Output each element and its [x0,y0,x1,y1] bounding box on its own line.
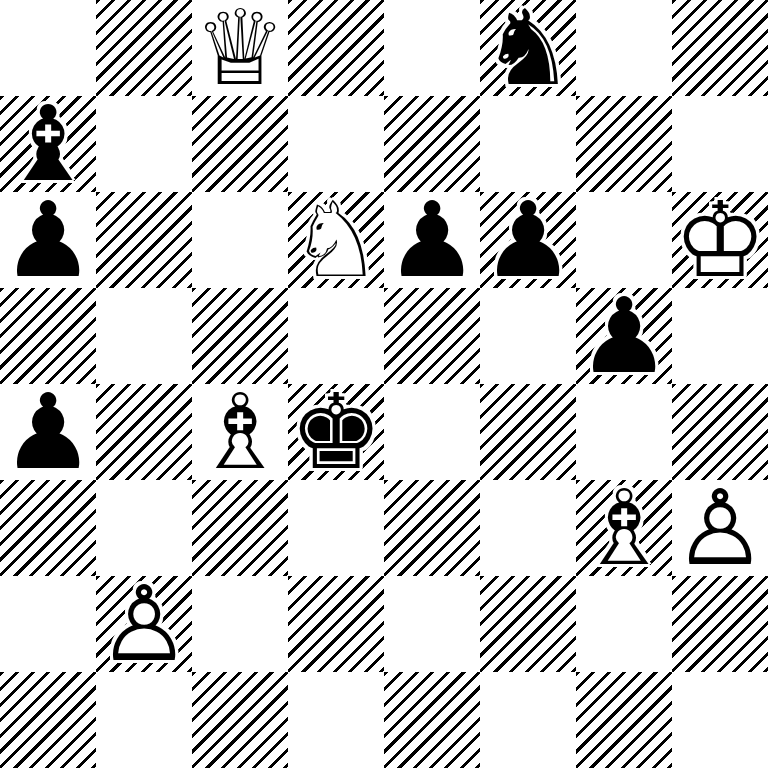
square-h8[interactable] [672,0,768,96]
square-b8[interactable] [96,0,192,96]
square-h7[interactable] [672,96,768,192]
piece-white-bishop: ♝♗ [576,480,672,576]
piece-white-king: ♚♔ [672,192,768,288]
square-e3[interactable] [384,480,480,576]
piece-white-queen: ♛♕ [192,0,288,96]
square-e5[interactable] [384,288,480,384]
square-e8[interactable] [384,0,480,96]
square-c7[interactable] [192,96,288,192]
square-f4[interactable] [480,384,576,480]
black-pawn-icon: ♟ [0,192,96,288]
piece-black-pawn: ♟♟ [0,192,96,288]
square-h2[interactable] [672,576,768,672]
square-c6[interactable] [192,192,288,288]
square-a3[interactable] [0,480,96,576]
piece-black-knight: ♞♞ [480,0,576,96]
square-d7[interactable] [288,96,384,192]
square-g5[interactable]: ♟♟ [576,288,672,384]
white-pawn-icon: ♙ [96,576,192,672]
square-g2[interactable] [576,576,672,672]
square-b2[interactable]: ♟♙ [96,576,192,672]
square-b6[interactable] [96,192,192,288]
piece-white-knight: ♞♘ [288,192,384,288]
square-c4[interactable]: ♝♗ [192,384,288,480]
square-a4[interactable]: ♟♟ [0,384,96,480]
square-f1[interactable] [480,672,576,768]
chess-board: ♛♕♞♞♝♝♟♟♞♘♟♟♟♟♚♔♟♟♟♟♝♗♚♚♝♗♟♙♟♙ [0,0,768,768]
square-d5[interactable] [288,288,384,384]
square-a8[interactable] [0,0,96,96]
square-a2[interactable] [0,576,96,672]
square-h4[interactable] [672,384,768,480]
square-b3[interactable] [96,480,192,576]
black-knight-icon: ♞ [480,0,576,96]
square-h3[interactable]: ♟♙ [672,480,768,576]
square-g1[interactable] [576,672,672,768]
square-g4[interactable] [576,384,672,480]
white-king-icon: ♔ [672,192,768,288]
white-knight-icon: ♘ [288,192,384,288]
square-h6[interactable]: ♚♔ [672,192,768,288]
square-f3[interactable] [480,480,576,576]
square-g7[interactable] [576,96,672,192]
square-e2[interactable] [384,576,480,672]
white-queen-icon: ♕ [192,0,288,96]
square-b1[interactable] [96,672,192,768]
square-a1[interactable] [0,672,96,768]
square-g6[interactable] [576,192,672,288]
square-e1[interactable] [384,672,480,768]
black-pawn-icon: ♟ [0,384,96,480]
square-e7[interactable] [384,96,480,192]
square-d4[interactable]: ♚♚ [288,384,384,480]
square-g8[interactable] [576,0,672,96]
square-d6[interactable]: ♞♘ [288,192,384,288]
black-king-icon: ♚ [288,384,384,480]
black-pawn-icon: ♟ [576,288,672,384]
square-c3[interactable] [192,480,288,576]
square-f7[interactable] [480,96,576,192]
square-e6[interactable]: ♟♟ [384,192,480,288]
square-b5[interactable] [96,288,192,384]
square-e4[interactable] [384,384,480,480]
square-f6[interactable]: ♟♟ [480,192,576,288]
piece-white-pawn: ♟♙ [96,576,192,672]
black-pawn-icon: ♟ [384,192,480,288]
square-g3[interactable]: ♝♗ [576,480,672,576]
square-a5[interactable] [0,288,96,384]
square-d3[interactable] [288,480,384,576]
black-pawn-icon: ♟ [480,192,576,288]
square-b4[interactable] [96,384,192,480]
piece-black-pawn: ♟♟ [0,384,96,480]
white-pawn-icon: ♙ [672,480,768,576]
piece-white-bishop: ♝♗ [192,384,288,480]
square-f2[interactable] [480,576,576,672]
square-d8[interactable] [288,0,384,96]
square-c8[interactable]: ♛♕ [192,0,288,96]
white-bishop-icon: ♗ [192,384,288,480]
square-d1[interactable] [288,672,384,768]
piece-black-bishop: ♝♝ [0,96,96,192]
piece-black-pawn: ♟♟ [480,192,576,288]
white-bishop-icon: ♗ [576,480,672,576]
square-f8[interactable]: ♞♞ [480,0,576,96]
piece-white-pawn: ♟♙ [672,480,768,576]
square-h5[interactable] [672,288,768,384]
square-h1[interactable] [672,672,768,768]
square-a7[interactable]: ♝♝ [0,96,96,192]
piece-black-king: ♚♚ [288,384,384,480]
square-b7[interactable] [96,96,192,192]
piece-black-pawn: ♟♟ [384,192,480,288]
square-c5[interactable] [192,288,288,384]
piece-black-pawn: ♟♟ [576,288,672,384]
square-c2[interactable] [192,576,288,672]
square-a6[interactable]: ♟♟ [0,192,96,288]
black-bishop-icon: ♝ [0,96,96,192]
square-f5[interactable] [480,288,576,384]
square-d2[interactable] [288,576,384,672]
square-c1[interactable] [192,672,288,768]
